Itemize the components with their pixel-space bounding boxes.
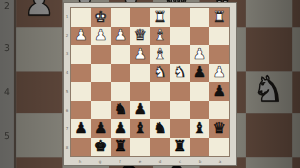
piece-black-pawn[interactable]: ♟ xyxy=(94,120,107,135)
square-h8[interactable] xyxy=(71,138,91,157)
rank-label-5: 5 xyxy=(0,113,14,157)
square-f5[interactable] xyxy=(111,82,131,101)
square-f4[interactable] xyxy=(111,64,131,83)
rank-labels: 12345678 xyxy=(0,0,14,168)
square-h5 xyxy=(16,113,62,156)
square-c3 xyxy=(245,27,291,70)
piece-white-pawn: ♟ xyxy=(24,0,55,22)
square-a2[interactable] xyxy=(209,27,229,46)
square-b2[interactable] xyxy=(190,27,210,46)
square-h4 xyxy=(16,70,62,113)
screenshot-frame: 12345678♚♜♜♟♟♟♛♝♟♝♟♞♞♟♟♟♞♟♟♟♟♝♞♝♛♚♜♜hgfe… xyxy=(0,0,300,168)
square-e2[interactable]: ♛ xyxy=(130,27,150,46)
square-b7[interactable]: ♝ xyxy=(190,119,210,138)
square-a1[interactable]: ♜ xyxy=(209,8,229,27)
square-f7[interactable]: ♟ xyxy=(111,119,131,138)
square-g2[interactable]: ♟ xyxy=(91,27,111,46)
rank-label-4: 4 xyxy=(0,70,14,114)
square-c2 xyxy=(245,0,291,27)
piece-white-pawn[interactable]: ♟ xyxy=(133,46,146,61)
piece-white-queen[interactable]: ♛ xyxy=(133,28,146,43)
square-c5[interactable] xyxy=(170,82,190,101)
square-h5[interactable] xyxy=(71,82,91,101)
square-d3[interactable]: ♝ xyxy=(150,45,170,64)
piece-white-bishop[interactable]: ♝ xyxy=(153,46,166,61)
foreground-board-area: 12345678♚♜♜♟♟♟♛♝♟♝♟♞♞♟♟♟♞♟♟♟♟♝♞♝♛♚♜♜hgfe… xyxy=(64,3,236,165)
rank-label-2: 2 xyxy=(0,0,14,26)
square-d5[interactable] xyxy=(150,82,170,101)
chessboard: 12345678♚♜♜♟♟♟♛♝♟♝♟♞♞♟♟♟♞♟♟♟♟♝♞♝♛♚♜♜hgfe… xyxy=(64,3,236,165)
square-f2[interactable]: ♟ xyxy=(111,27,131,46)
square-a4[interactable]: ♟ xyxy=(209,64,229,83)
piece-black-rook[interactable]: ♜ xyxy=(114,139,127,154)
square-d1[interactable]: ♜ xyxy=(150,8,170,27)
square-b3: ♟ xyxy=(291,27,300,70)
square-d8[interactable] xyxy=(150,138,170,157)
piece-black-king[interactable]: ♚ xyxy=(94,139,107,154)
square-h4[interactable] xyxy=(71,64,91,83)
piece-black-rook[interactable]: ♜ xyxy=(173,139,186,154)
piece-white-knight: ♞ xyxy=(253,73,284,108)
rank-label-6: 6 xyxy=(0,157,14,168)
square-g7[interactable]: ♟ xyxy=(91,119,111,138)
piece-white-rook[interactable]: ♜ xyxy=(153,9,166,24)
file-label-a: a xyxy=(210,157,230,165)
piece-white-pawn[interactable]: ♟ xyxy=(193,46,206,61)
square-b4[interactable]: ♟ xyxy=(190,64,210,83)
square-h2: ♟ xyxy=(16,0,62,27)
piece-black-pawn[interactable]: ♟ xyxy=(212,83,225,98)
square-c7[interactable] xyxy=(170,119,190,138)
square-h2[interactable]: ♟ xyxy=(71,27,91,46)
square-d6[interactable] xyxy=(150,101,170,120)
square-c4: ♞ xyxy=(245,70,291,113)
square-a6[interactable] xyxy=(209,101,229,120)
piece-black-knight[interactable]: ♞ xyxy=(153,120,166,135)
square-g4[interactable] xyxy=(91,64,111,83)
square-e7[interactable]: ♝ xyxy=(130,119,150,138)
square-b2 xyxy=(291,0,300,27)
square-a5[interactable]: ♟ xyxy=(209,82,229,101)
piece-white-pawn: ♟ xyxy=(298,30,300,65)
square-c5 xyxy=(245,113,291,156)
file-labels: hgfedcba xyxy=(70,157,230,165)
square-b5[interactable] xyxy=(190,82,210,101)
file-label-f: f xyxy=(110,157,130,165)
square-f1[interactable] xyxy=(111,8,131,27)
file-label-d: d xyxy=(150,157,170,165)
square-h1[interactable] xyxy=(71,8,91,27)
square-b6[interactable] xyxy=(190,101,210,120)
rank-label-3: 3 xyxy=(0,26,14,70)
square-c6 xyxy=(245,156,291,168)
square-f8[interactable]: ♜ xyxy=(111,138,131,157)
piece-white-pawn[interactable]: ♟ xyxy=(74,28,87,43)
square-h3 xyxy=(16,27,62,70)
square-e3[interactable]: ♟ xyxy=(130,45,150,64)
square-b4: ♟ xyxy=(291,70,300,113)
piece-white-pawn[interactable]: ♟ xyxy=(94,28,107,43)
square-e5[interactable] xyxy=(130,82,150,101)
piece-black-pawn: ♟ xyxy=(298,73,300,108)
piece-black-pawn[interactable]: ♟ xyxy=(74,120,87,135)
square-b3[interactable]: ♟ xyxy=(190,45,210,64)
square-e8[interactable] xyxy=(130,138,150,157)
file-label-h: h xyxy=(70,157,90,165)
square-c1[interactable] xyxy=(170,8,190,27)
piece-black-queen[interactable]: ♛ xyxy=(212,120,225,135)
file-label-c: c xyxy=(170,157,190,165)
square-g3[interactable] xyxy=(91,45,111,64)
piece-white-king[interactable]: ♚ xyxy=(94,9,107,24)
square-c4[interactable]: ♞ xyxy=(170,64,190,83)
square-f6[interactable]: ♞ xyxy=(111,101,131,120)
piece-black-knight[interactable]: ♞ xyxy=(114,102,127,117)
square-d4[interactable]: ♞ xyxy=(150,64,170,83)
square-h7[interactable]: ♟ xyxy=(71,119,91,138)
piece-black-bishop[interactable]: ♝ xyxy=(133,120,146,135)
piece-white-knight[interactable]: ♞ xyxy=(153,65,166,80)
piece-white-bishop[interactable]: ♝ xyxy=(153,28,166,43)
square-f3[interactable] xyxy=(111,45,131,64)
square-c3[interactable] xyxy=(170,45,190,64)
file-label-g: g xyxy=(90,157,110,165)
square-g5[interactable] xyxy=(91,82,111,101)
piece-black-bishop[interactable]: ♝ xyxy=(193,120,206,135)
square-h6 xyxy=(16,156,62,168)
square-g8[interactable]: ♚ xyxy=(91,138,111,157)
square-e1[interactable] xyxy=(130,8,150,27)
piece-white-knight[interactable]: ♞ xyxy=(173,65,186,80)
square-g6[interactable] xyxy=(91,101,111,120)
square-g1[interactable]: ♚ xyxy=(91,8,111,27)
square-b5 xyxy=(291,113,300,156)
square-d7[interactable]: ♞ xyxy=(150,119,170,138)
square-h6[interactable] xyxy=(71,101,91,120)
square-a3[interactable] xyxy=(209,45,229,64)
square-e4[interactable] xyxy=(130,64,150,83)
square-a7[interactable]: ♛ xyxy=(209,119,229,138)
square-b8[interactable] xyxy=(190,138,210,157)
piece-black-pawn[interactable]: ♟ xyxy=(133,102,146,117)
square-b1[interactable] xyxy=(190,8,210,27)
square-a8[interactable] xyxy=(209,138,229,157)
square-c2[interactable] xyxy=(170,27,190,46)
square-e6[interactable]: ♟ xyxy=(130,101,150,120)
squares-grid: ♚♜♜♟♟♟♛♝♟♝♟♞♞♟♟♟♞♟♟♟♟♝♞♝♛♚♜♜ xyxy=(70,7,230,157)
piece-white-rook[interactable]: ♜ xyxy=(212,9,225,24)
piece-black-pawn[interactable]: ♟ xyxy=(193,65,206,80)
piece-white-pawn[interactable]: ♟ xyxy=(114,28,127,43)
square-c8[interactable]: ♜ xyxy=(170,138,190,157)
piece-white-pawn[interactable]: ♟ xyxy=(212,65,225,80)
piece-black-pawn[interactable]: ♟ xyxy=(114,120,127,135)
square-b6 xyxy=(291,156,300,168)
square-h3[interactable] xyxy=(71,45,91,64)
square-c6[interactable] xyxy=(170,101,190,120)
square-d2[interactable]: ♝ xyxy=(150,27,170,46)
file-label-b: b xyxy=(190,157,210,165)
file-label-e: e xyxy=(130,157,150,165)
